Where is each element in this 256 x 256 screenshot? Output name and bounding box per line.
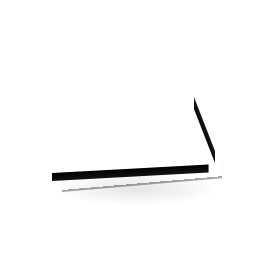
product-photo-chess-set (0, 0, 256, 256)
chess-board (27, 97, 215, 160)
